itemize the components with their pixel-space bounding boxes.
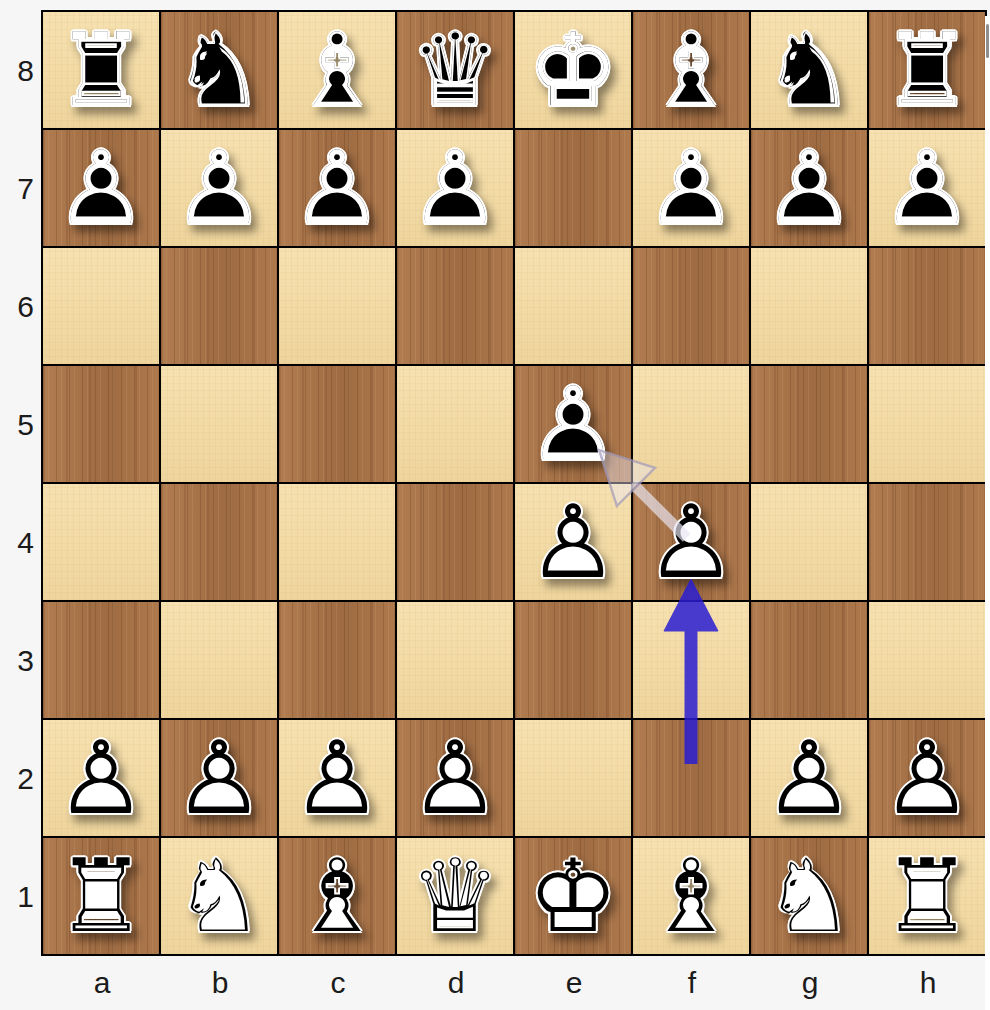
- square-h2[interactable]: ♟♙: [869, 720, 985, 836]
- square-e2[interactable]: [515, 720, 631, 836]
- square-b6[interactable]: [161, 248, 277, 364]
- square-a4[interactable]: [43, 484, 159, 600]
- square-d1[interactable]: ♛♕: [397, 838, 513, 954]
- piece-glyph-outline: ♙: [397, 130, 513, 246]
- file-label-c: c: [279, 956, 397, 1010]
- black-rook[interactable]: ♜♖: [869, 12, 985, 128]
- square-c6[interactable]: [279, 248, 395, 364]
- square-g3[interactable]: [751, 602, 867, 718]
- square-c8[interactable]: ♝♗: [279, 12, 395, 128]
- piece-glyph-outline: ♙: [633, 484, 749, 600]
- square-g5[interactable]: [751, 366, 867, 482]
- square-g7[interactable]: ♟♙: [751, 130, 867, 246]
- rank-label-5: 5: [0, 366, 38, 484]
- piece-glyph-outline: ♘: [751, 838, 867, 954]
- white-pawn[interactable]: ♟♙: [161, 720, 277, 836]
- white-bishop[interactable]: ♝♗: [633, 838, 749, 954]
- piece-glyph-outline: ♘: [751, 12, 867, 128]
- white-knight[interactable]: ♞♘: [161, 838, 277, 954]
- square-d8[interactable]: ♛♕: [397, 12, 513, 128]
- piece-glyph-outline: ♙: [515, 366, 631, 482]
- piece-glyph-outline: ♙: [161, 130, 277, 246]
- square-c3[interactable]: [279, 602, 395, 718]
- square-d2[interactable]: ♟♙: [397, 720, 513, 836]
- square-c7[interactable]: ♟♙: [279, 130, 395, 246]
- square-d5[interactable]: [397, 366, 513, 482]
- square-e6[interactable]: [515, 248, 631, 364]
- square-h6[interactable]: [869, 248, 985, 364]
- white-queen[interactable]: ♛♕: [397, 838, 513, 954]
- piece-glyph-outline: ♙: [751, 130, 867, 246]
- square-a3[interactable]: [43, 602, 159, 718]
- rank-label-8: 8: [0, 12, 38, 130]
- piece-glyph-outline: ♗: [279, 12, 395, 128]
- file-labels: abcdefgh: [43, 956, 987, 1010]
- square-b8[interactable]: ♞♘: [161, 12, 277, 128]
- rank-label-3: 3: [0, 602, 38, 720]
- black-knight[interactable]: ♞♘: [751, 12, 867, 128]
- piece-glyph-outline: ♕: [397, 12, 513, 128]
- square-a5[interactable]: [43, 366, 159, 482]
- square-d7[interactable]: ♟♙: [397, 130, 513, 246]
- piece-glyph-outline: ♙: [279, 720, 395, 836]
- piece-glyph-outline: ♖: [43, 12, 159, 128]
- rank-label-6: 6: [0, 248, 38, 366]
- square-f6[interactable]: [633, 248, 749, 364]
- piece-glyph-outline: ♘: [161, 838, 277, 954]
- square-h5[interactable]: [869, 366, 985, 482]
- square-f1[interactable]: ♝♗: [633, 838, 749, 954]
- square-b1[interactable]: ♞♘: [161, 838, 277, 954]
- piece-glyph-outline: ♖: [869, 12, 985, 128]
- square-e5[interactable]: ♟♙: [515, 366, 631, 482]
- piece-glyph-outline: ♙: [633, 130, 749, 246]
- scrollbar-thumb[interactable]: [986, 24, 989, 58]
- black-pawn[interactable]: ♟♙: [397, 130, 513, 246]
- chess-board[interactable]: ♜♖♞♘♝♗♛♕♚♔♝♗♞♘♜♖♟♙♟♙♟♙♟♙♟♙♟♙♟♙♟♙♟♙♟♙♟♙♟♙…: [43, 12, 985, 954]
- square-e7[interactable]: [515, 130, 631, 246]
- file-label-f: f: [633, 956, 751, 1010]
- square-h4[interactable]: [869, 484, 985, 600]
- square-g4[interactable]: [751, 484, 867, 600]
- square-f3[interactable]: [633, 602, 749, 718]
- square-a7[interactable]: ♟♙: [43, 130, 159, 246]
- file-label-a: a: [43, 956, 161, 1010]
- piece-glyph-outline: ♗: [633, 12, 749, 128]
- square-b7[interactable]: ♟♙: [161, 130, 277, 246]
- square-e8[interactable]: ♚♔: [515, 12, 631, 128]
- square-c1[interactable]: ♝♗: [279, 838, 395, 954]
- black-bishop[interactable]: ♝♗: [633, 12, 749, 128]
- square-g1[interactable]: ♞♘: [751, 838, 867, 954]
- white-pawn[interactable]: ♟♙: [515, 484, 631, 600]
- square-g2[interactable]: ♟♙: [751, 720, 867, 836]
- square-e4[interactable]: ♟♙: [515, 484, 631, 600]
- square-f4[interactable]: ♟♙: [633, 484, 749, 600]
- square-d4[interactable]: [397, 484, 513, 600]
- black-pawn[interactable]: ♟♙: [869, 130, 985, 246]
- square-a2[interactable]: ♟♙: [43, 720, 159, 836]
- square-h8[interactable]: ♜♖: [869, 12, 985, 128]
- black-knight[interactable]: ♞♘: [161, 12, 277, 128]
- page: 87654321 ♜♖♞♘♝♗♛♕♚♔♝♗♞♘♜♖♟♙♟♙♟♙♟♙♟♙♟♙♟♙♟…: [0, 0, 990, 1010]
- scrollbar-track[interactable]: [985, 16, 990, 1010]
- square-g6[interactable]: [751, 248, 867, 364]
- square-h7[interactable]: ♟♙: [869, 130, 985, 246]
- piece-glyph-outline: ♔: [515, 838, 631, 954]
- black-king[interactable]: ♚♔: [515, 12, 631, 128]
- white-pawn[interactable]: ♟♙: [43, 720, 159, 836]
- square-e3[interactable]: [515, 602, 631, 718]
- file-label-b: b: [161, 956, 279, 1010]
- piece-glyph-outline: ♗: [279, 838, 395, 954]
- square-a8[interactable]: ♜♖: [43, 12, 159, 128]
- square-c2[interactable]: ♟♙: [279, 720, 395, 836]
- square-f2[interactable]: [633, 720, 749, 836]
- piece-glyph-outline: ♙: [43, 720, 159, 836]
- black-bishop[interactable]: ♝♗: [279, 12, 395, 128]
- piece-glyph-outline: ♕: [397, 838, 513, 954]
- piece-glyph-outline: ♙: [751, 720, 867, 836]
- black-pawn[interactable]: ♟♙: [279, 130, 395, 246]
- white-pawn[interactable]: ♟♙: [397, 720, 513, 836]
- square-c4[interactable]: [279, 484, 395, 600]
- square-g8[interactable]: ♞♘: [751, 12, 867, 128]
- piece-glyph-outline: ♗: [633, 838, 749, 954]
- board-frame: ♜♖♞♘♝♗♛♕♚♔♝♗♞♘♜♖♟♙♟♙♟♙♟♙♟♙♟♙♟♙♟♙♟♙♟♙♟♙♟♙…: [41, 10, 987, 956]
- square-c5[interactable]: [279, 366, 395, 482]
- black-queen[interactable]: ♛♕: [397, 12, 513, 128]
- rank-labels: 87654321: [0, 12, 41, 956]
- square-f7[interactable]: ♟♙: [633, 130, 749, 246]
- rank-label-4: 4: [0, 484, 38, 602]
- file-label-h: h: [869, 956, 987, 1010]
- piece-glyph-outline: ♙: [161, 720, 277, 836]
- file-label-g: g: [751, 956, 869, 1010]
- white-king[interactable]: ♚♔: [515, 838, 631, 954]
- white-pawn[interactable]: ♟♙: [869, 720, 985, 836]
- rank-label-7: 7: [0, 130, 38, 248]
- piece-glyph-outline: ♙: [279, 130, 395, 246]
- piece-glyph-outline: ♙: [43, 130, 159, 246]
- black-rook[interactable]: ♜♖: [43, 12, 159, 128]
- white-pawn[interactable]: ♟♙: [751, 720, 867, 836]
- piece-glyph-outline: ♖: [43, 838, 159, 954]
- square-a6[interactable]: [43, 248, 159, 364]
- piece-glyph-outline: ♘: [161, 12, 277, 128]
- black-pawn[interactable]: ♟♙: [515, 366, 631, 482]
- white-pawn[interactable]: ♟♙: [633, 484, 749, 600]
- white-rook[interactable]: ♜♖: [869, 838, 985, 954]
- rank-label-1: 1: [0, 838, 38, 956]
- square-f8[interactable]: ♝♗: [633, 12, 749, 128]
- file-label-e: e: [515, 956, 633, 1010]
- file-label-d: d: [397, 956, 515, 1010]
- square-d6[interactable]: [397, 248, 513, 364]
- square-d3[interactable]: [397, 602, 513, 718]
- square-a1[interactable]: ♜♖: [43, 838, 159, 954]
- piece-glyph-outline: ♙: [869, 130, 985, 246]
- black-pawn[interactable]: ♟♙: [161, 130, 277, 246]
- piece-glyph-outline: ♔: [515, 12, 631, 128]
- square-h1[interactable]: ♜♖: [869, 838, 985, 954]
- black-pawn[interactable]: ♟♙: [633, 130, 749, 246]
- rank-label-2: 2: [0, 720, 38, 838]
- black-pawn[interactable]: ♟♙: [43, 130, 159, 246]
- square-h3[interactable]: [869, 602, 985, 718]
- white-rook[interactable]: ♜♖: [43, 838, 159, 954]
- piece-glyph-outline: ♙: [397, 720, 513, 836]
- white-knight[interactable]: ♞♘: [751, 838, 867, 954]
- white-pawn[interactable]: ♟♙: [279, 720, 395, 836]
- white-bishop[interactable]: ♝♗: [279, 838, 395, 954]
- square-b3[interactable]: [161, 602, 277, 718]
- square-e1[interactable]: ♚♔: [515, 838, 631, 954]
- square-b4[interactable]: [161, 484, 277, 600]
- square-f5[interactable]: [633, 366, 749, 482]
- black-pawn[interactable]: ♟♙: [751, 130, 867, 246]
- square-b5[interactable]: [161, 366, 277, 482]
- square-b2[interactable]: ♟♙: [161, 720, 277, 836]
- piece-glyph-outline: ♙: [869, 720, 985, 836]
- piece-glyph-outline: ♙: [515, 484, 631, 600]
- piece-glyph-outline: ♖: [869, 838, 985, 954]
